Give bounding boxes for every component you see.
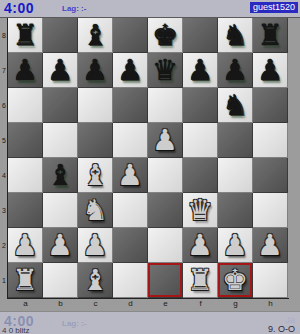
white-rook-a1: ♜ bbox=[12, 264, 38, 297]
rank-label-5: 5 bbox=[0, 123, 8, 158]
square-d1[interactable] bbox=[113, 263, 148, 298]
white-pawn-c2: ♟ bbox=[82, 229, 108, 262]
black-knight-g6: ♞ bbox=[222, 89, 248, 122]
square-h7[interactable]: ♟ bbox=[253, 53, 288, 88]
square-c4[interactable]: ♝ bbox=[78, 158, 113, 193]
square-e8[interactable]: ♚ bbox=[148, 18, 183, 53]
square-a3[interactable] bbox=[8, 193, 43, 228]
square-d5[interactable] bbox=[113, 123, 148, 158]
square-f4[interactable] bbox=[183, 158, 218, 193]
file-label-b: b bbox=[43, 298, 78, 311]
right-gutter bbox=[288, 18, 300, 298]
rank-label-6: 6 bbox=[0, 88, 8, 123]
file-labels: abcdefgh bbox=[8, 298, 288, 311]
square-c8[interactable]: ♝ bbox=[78, 18, 113, 53]
square-b8[interactable] bbox=[43, 18, 78, 53]
square-c2[interactable]: ♟ bbox=[78, 228, 113, 263]
square-f5[interactable] bbox=[183, 123, 218, 158]
rank-labels: 87654321 bbox=[0, 18, 8, 298]
black-bishop-b4: ♝ bbox=[47, 159, 73, 192]
square-a4[interactable] bbox=[8, 158, 43, 193]
square-h2[interactable]: ♟ bbox=[253, 228, 288, 263]
square-a7[interactable]: ♟ bbox=[8, 53, 43, 88]
top-player-name: guest1520 bbox=[250, 2, 298, 13]
chess-client-window: 4:00 Lag: :- guest1520 87654321 ♜♝♚♞♜♟♟♟… bbox=[0, 0, 300, 334]
square-h1[interactable] bbox=[253, 263, 288, 298]
square-e3[interactable] bbox=[148, 193, 183, 228]
white-pawn-b2: ♟ bbox=[47, 229, 73, 262]
chess-board[interactable]: ♜♝♚♞♜♟♟♟♟♛♟♟♟♞♟♝♝♟♞♛♟♟♟♟♟♟♜♝♜♚ bbox=[8, 18, 288, 298]
file-label-c: c bbox=[78, 298, 113, 311]
white-knight-c3: ♞ bbox=[82, 194, 108, 227]
square-f1[interactable]: ♜ bbox=[183, 263, 218, 298]
square-a2[interactable]: ♟ bbox=[8, 228, 43, 263]
square-a5[interactable] bbox=[8, 123, 43, 158]
square-g5[interactable] bbox=[218, 123, 253, 158]
white-pawn-e5: ♟ bbox=[152, 124, 178, 157]
square-c5[interactable] bbox=[78, 123, 113, 158]
square-a1[interactable]: ♜ bbox=[8, 263, 43, 298]
square-g1[interactable]: ♚ bbox=[218, 263, 253, 298]
square-f6[interactable] bbox=[183, 88, 218, 123]
white-king-g1: ♚ bbox=[222, 264, 248, 297]
black-pawn-b7: ♟ bbox=[47, 54, 73, 87]
black-pawn-a7: ♟ bbox=[12, 54, 38, 87]
file-label-d: d bbox=[113, 298, 148, 311]
square-b1[interactable] bbox=[43, 263, 78, 298]
file-label-a: a bbox=[8, 298, 43, 311]
square-h4[interactable] bbox=[253, 158, 288, 193]
black-queen-e7: ♛ bbox=[152, 54, 178, 87]
square-c6[interactable] bbox=[78, 88, 113, 123]
square-h3[interactable] bbox=[253, 193, 288, 228]
square-g6[interactable]: ♞ bbox=[218, 88, 253, 123]
square-h5[interactable] bbox=[253, 123, 288, 158]
white-pawn-d4: ♟ bbox=[117, 159, 143, 192]
black-rook-a8: ♜ bbox=[12, 19, 38, 52]
black-pawn-h7: ♟ bbox=[257, 54, 283, 87]
black-pawn-d7: ♟ bbox=[117, 54, 143, 87]
white-pawn-a2: ♟ bbox=[12, 229, 38, 262]
square-d4[interactable]: ♟ bbox=[113, 158, 148, 193]
file-label-g: g bbox=[218, 298, 253, 311]
white-queen-f3: ♛ bbox=[187, 194, 213, 227]
last-move-label: 9. O-O bbox=[268, 324, 295, 334]
bottom-player-bar: 4:00 Lag: :- Ja 4 0 blitz 9. O-O bbox=[0, 311, 300, 334]
square-c3[interactable]: ♞ bbox=[78, 193, 113, 228]
square-g3[interactable] bbox=[218, 193, 253, 228]
square-e5[interactable]: ♟ bbox=[148, 123, 183, 158]
white-pawn-f2: ♟ bbox=[187, 229, 213, 262]
black-rook-h8: ♜ bbox=[257, 19, 283, 52]
square-h6[interactable] bbox=[253, 88, 288, 123]
square-g8[interactable]: ♞ bbox=[218, 18, 253, 53]
square-f3[interactable]: ♛ bbox=[183, 193, 218, 228]
top-clock: 4:00 bbox=[4, 0, 34, 16]
rank-label-2: 2 bbox=[0, 228, 8, 263]
square-h8[interactable]: ♜ bbox=[253, 18, 288, 53]
square-a8[interactable]: ♜ bbox=[8, 18, 43, 53]
square-c1[interactable]: ♝ bbox=[78, 263, 113, 298]
square-f2[interactable]: ♟ bbox=[183, 228, 218, 263]
rank-label-8: 8 bbox=[0, 18, 8, 53]
black-pawn-g7: ♟ bbox=[222, 54, 248, 87]
square-c7[interactable]: ♟ bbox=[78, 53, 113, 88]
square-g2[interactable]: ♟ bbox=[218, 228, 253, 263]
white-pawn-h2: ♟ bbox=[257, 229, 283, 262]
square-a6[interactable] bbox=[8, 88, 43, 123]
square-b5[interactable] bbox=[43, 123, 78, 158]
square-e7[interactable]: ♛ bbox=[148, 53, 183, 88]
square-g4[interactable] bbox=[218, 158, 253, 193]
white-bishop-c4: ♝ bbox=[82, 159, 108, 192]
square-e2[interactable] bbox=[148, 228, 183, 263]
square-b7[interactable]: ♟ bbox=[43, 53, 78, 88]
square-d3[interactable] bbox=[113, 193, 148, 228]
black-knight-g8: ♞ bbox=[222, 19, 248, 52]
rank-label-7: 7 bbox=[0, 53, 8, 88]
square-f7[interactable]: ♟ bbox=[183, 53, 218, 88]
rank-label-3: 3 bbox=[0, 193, 8, 228]
top-player-bar: 4:00 Lag: :- guest1520 bbox=[0, 0, 300, 18]
game-type-label: 4 0 blitz bbox=[2, 326, 30, 334]
file-label-e: e bbox=[148, 298, 183, 311]
black-pawn-c7: ♟ bbox=[82, 54, 108, 87]
square-e4[interactable] bbox=[148, 158, 183, 193]
white-bishop-c1: ♝ bbox=[82, 264, 108, 297]
white-pawn-g2: ♟ bbox=[222, 229, 248, 262]
white-rook-f1: ♜ bbox=[187, 264, 213, 297]
top-lag-indicator: Lag: :- bbox=[62, 4, 86, 13]
square-e6[interactable] bbox=[148, 88, 183, 123]
square-g7[interactable]: ♟ bbox=[218, 53, 253, 88]
square-d2[interactable] bbox=[113, 228, 148, 263]
rank-label-1: 1 bbox=[0, 263, 8, 298]
board-zone: 87654321 ♜♝♚♞♜♟♟♟♟♛♟♟♟♞♟♝♝♟♞♛♟♟♟♟♟♟♜♝♜♚ … bbox=[0, 18, 300, 311]
square-b6[interactable] bbox=[43, 88, 78, 123]
square-d8[interactable] bbox=[113, 18, 148, 53]
square-f8[interactable] bbox=[183, 18, 218, 53]
black-bishop-c8: ♝ bbox=[82, 19, 108, 52]
square-b4[interactable]: ♝ bbox=[43, 158, 78, 193]
square-e1[interactable] bbox=[148, 263, 183, 298]
file-label-h: h bbox=[253, 298, 288, 311]
file-label-f: f bbox=[183, 298, 218, 311]
black-pawn-f7: ♟ bbox=[187, 54, 213, 87]
black-king-e8: ♚ bbox=[152, 19, 178, 52]
square-d6[interactable] bbox=[113, 88, 148, 123]
square-b2[interactable]: ♟ bbox=[43, 228, 78, 263]
bottom-lag-indicator: Lag: :- bbox=[62, 319, 86, 328]
rank-label-4: 4 bbox=[0, 158, 8, 193]
square-d7[interactable]: ♟ bbox=[113, 53, 148, 88]
square-b3[interactable] bbox=[43, 193, 78, 228]
